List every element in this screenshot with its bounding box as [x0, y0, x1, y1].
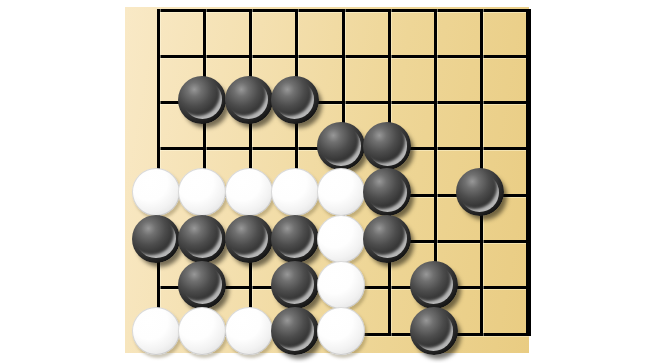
white-stone[interactable]: ○ [317, 215, 365, 263]
white-stone[interactable]: ○ [225, 168, 273, 216]
black-stone[interactable]: ● [363, 122, 411, 170]
black-stone[interactable]: ● [271, 261, 319, 309]
black-stone-glyph: ● [229, 217, 267, 261]
black-stone-glyph: ● [414, 263, 452, 307]
white-stone-glyph: ○ [322, 309, 360, 353]
black-stone-glyph: ● [368, 124, 406, 168]
white-stone[interactable]: ○ [317, 307, 365, 355]
black-stone-glyph: ● [322, 124, 360, 168]
black-stone-glyph: ● [183, 217, 221, 261]
white-stone[interactable]: ○ [132, 168, 180, 216]
black-stone-glyph: ● [183, 263, 221, 307]
black-stone[interactable]: ● [271, 215, 319, 263]
black-stone[interactable]: ● [410, 307, 458, 355]
black-stone-glyph: ● [137, 217, 175, 261]
black-stone-glyph: ● [276, 78, 314, 122]
white-stone-glyph: ○ [137, 170, 175, 214]
black-stone-glyph: ● [276, 309, 314, 353]
board-right-edge-line [526, 9, 531, 336]
white-stone[interactable]: ○ [178, 168, 226, 216]
black-stone[interactable]: ● [225, 215, 273, 263]
black-stone[interactable]: ● [317, 122, 365, 170]
black-stone-glyph: ● [414, 309, 452, 353]
white-stone[interactable]: ○ [317, 261, 365, 309]
black-stone[interactable]: ● [363, 215, 411, 263]
white-stone-glyph: ○ [322, 170, 360, 214]
black-stone-glyph: ● [229, 78, 267, 122]
white-stone-glyph: ○ [322, 263, 360, 307]
black-stone[interactable]: ● [456, 168, 504, 216]
black-stone[interactable]: ● [178, 215, 226, 263]
black-stone[interactable]: ● [410, 261, 458, 309]
white-stone-glyph: ○ [183, 309, 221, 353]
white-stone[interactable]: ○ [317, 168, 365, 216]
black-stone[interactable]: ● [178, 261, 226, 309]
white-stone-glyph: ○ [137, 309, 175, 353]
white-stone[interactable]: ○ [225, 307, 273, 355]
white-stone[interactable]: ○ [178, 307, 226, 355]
white-stone-glyph: ○ [229, 309, 267, 353]
black-stone-glyph: ● [276, 263, 314, 307]
black-stone[interactable]: ● [225, 76, 273, 124]
black-stone-glyph: ● [368, 170, 406, 214]
black-stone[interactable]: ● [178, 76, 226, 124]
go-board[interactable]: ●●●●●○○○○○●●●●●●○●●●○●○○○●○● [125, 7, 529, 353]
black-stone[interactable]: ● [363, 168, 411, 216]
black-stone-glyph: ● [276, 217, 314, 261]
black-stone-glyph: ● [368, 217, 406, 261]
white-stone-glyph: ○ [276, 170, 314, 214]
black-stone[interactable]: ● [132, 215, 180, 263]
black-stone[interactable]: ● [271, 307, 319, 355]
page: ●●●●●○○○○○●●●●●●○●●●○●○○○●○● [0, 0, 659, 363]
black-stone-glyph: ● [461, 170, 499, 214]
black-stone[interactable]: ● [271, 76, 319, 124]
black-stone-glyph: ● [183, 78, 221, 122]
white-stone-glyph: ○ [183, 170, 221, 214]
white-stone-glyph: ○ [229, 170, 267, 214]
white-stone-glyph: ○ [322, 217, 360, 261]
white-stone[interactable]: ○ [271, 168, 319, 216]
white-stone[interactable]: ○ [132, 307, 180, 355]
